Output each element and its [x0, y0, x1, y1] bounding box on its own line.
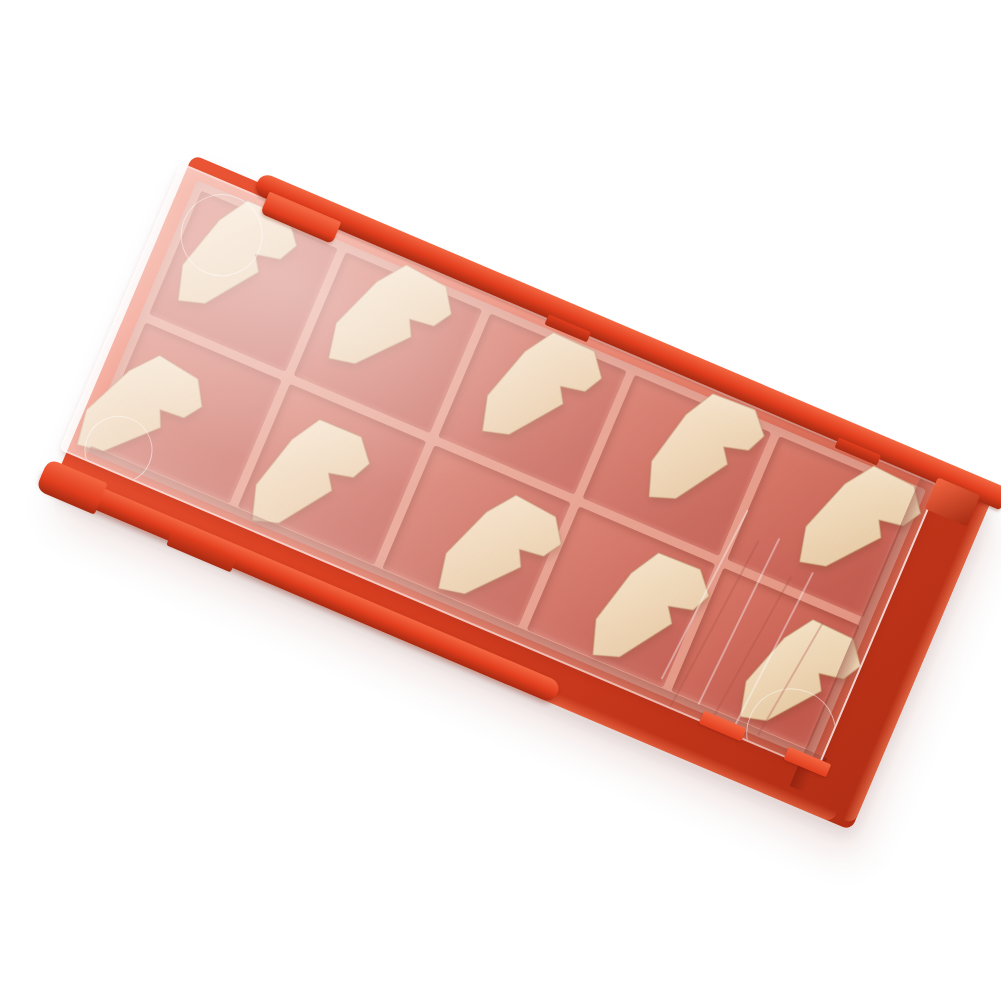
- insert-storage-box: [50, 155, 993, 831]
- product-photo-scene: [0, 0, 1001, 1001]
